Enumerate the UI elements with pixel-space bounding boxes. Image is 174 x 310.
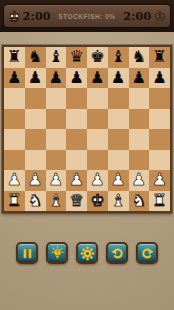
- white-queen: ♛: [69, 193, 84, 210]
- black-pawn: ♟: [69, 70, 84, 87]
- white-rook: ♜: [152, 193, 167, 210]
- white-rook: ♜: [7, 193, 22, 210]
- square-f4[interactable]: [108, 129, 129, 150]
- square-g4[interactable]: [129, 129, 150, 150]
- square-c5[interactable]: [46, 109, 67, 130]
- square-g7[interactable]: ♟: [129, 68, 150, 89]
- square-a5[interactable]: [4, 109, 25, 130]
- square-c8[interactable]: ♝: [46, 47, 67, 68]
- square-f2[interactable]: ♟: [108, 170, 129, 191]
- white-pawn: ♟: [7, 172, 22, 189]
- square-c7[interactable]: ♟: [46, 68, 67, 89]
- black-knight: ♞: [28, 49, 43, 66]
- black-rook: ♜: [152, 49, 167, 66]
- white-clock: 2:00: [23, 10, 51, 23]
- square-c4[interactable]: [46, 129, 67, 150]
- square-d8[interactable]: ♛: [66, 47, 87, 68]
- square-b2[interactable]: ♟: [25, 170, 46, 191]
- white-clock-group: ♚ 2:00: [8, 9, 51, 23]
- square-a6[interactable]: [4, 88, 25, 109]
- undo-button[interactable]: [106, 242, 128, 264]
- white-pawn: ♟: [131, 172, 146, 189]
- square-c2[interactable]: ♟: [46, 170, 67, 191]
- square-c6[interactable]: [46, 88, 67, 109]
- pause-icon: [20, 246, 35, 261]
- square-a8[interactable]: ♜: [4, 47, 25, 68]
- white-pawn: ♟: [48, 172, 63, 189]
- square-f7[interactable]: ♟: [108, 68, 129, 89]
- square-f5[interactable]: [108, 109, 129, 130]
- white-pawn: ♟: [111, 172, 126, 189]
- black-pawn: ♟: [90, 70, 105, 87]
- redo-arrow-icon: [140, 246, 155, 261]
- square-a2[interactable]: ♟: [4, 170, 25, 191]
- square-d2[interactable]: ♟: [66, 170, 87, 191]
- white-pawn: ♟: [28, 172, 43, 189]
- square-f1[interactable]: ♝: [108, 191, 129, 212]
- black-rook: ♜: [7, 49, 22, 66]
- top-bar: ♚ 2:00 STOCKFISH: 0% 2:00 ♔: [0, 0, 174, 32]
- white-knight: ♞: [28, 193, 43, 210]
- square-h1[interactable]: ♜: [149, 191, 170, 212]
- redo-button[interactable]: [136, 242, 158, 264]
- gear-icon: [80, 246, 95, 261]
- square-b6[interactable]: [25, 88, 46, 109]
- square-a4[interactable]: [4, 129, 25, 150]
- square-f8[interactable]: ♝: [108, 47, 129, 68]
- square-e3[interactable]: [87, 150, 108, 171]
- pause-button[interactable]: [16, 242, 38, 264]
- square-h2[interactable]: ♟: [149, 170, 170, 191]
- lightbulb-icon: [50, 246, 65, 261]
- engine-status-label: STOCKFISH: 0%: [58, 13, 115, 20]
- square-e6[interactable]: [87, 88, 108, 109]
- black-pawn: ♟: [131, 70, 146, 87]
- white-pawn: ♟: [152, 172, 167, 189]
- square-g6[interactable]: [129, 88, 150, 109]
- square-b5[interactable]: [25, 109, 46, 130]
- black-pawn: ♟: [48, 70, 63, 87]
- square-f3[interactable]: [108, 150, 129, 171]
- black-pawn: ♟: [28, 70, 43, 87]
- top-bar-panel: ♚ 2:00 STOCKFISH: 0% 2:00 ♔: [4, 5, 170, 27]
- black-bishop: ♝: [111, 49, 126, 66]
- black-king: ♚: [90, 49, 105, 66]
- square-a1[interactable]: ♜: [4, 191, 25, 212]
- square-b4[interactable]: [25, 129, 46, 150]
- hint-button[interactable]: [46, 242, 68, 264]
- square-d5[interactable]: [66, 109, 87, 130]
- square-b7[interactable]: ♟: [25, 68, 46, 89]
- square-g8[interactable]: ♞: [129, 47, 150, 68]
- square-e5[interactable]: [87, 109, 108, 130]
- square-h7[interactable]: ♟: [149, 68, 170, 89]
- square-d3[interactable]: [66, 150, 87, 171]
- square-h5[interactable]: [149, 109, 170, 130]
- black-clock-group: 2:00 ♔: [123, 9, 166, 23]
- square-e1[interactable]: ♚: [87, 191, 108, 212]
- chess-board: ♜♞♝♛♚♝♞♜♟♟♟♟♟♟♟♟♟♟♟♟♟♟♟♟♜♞♝♛♚♝♞♜: [2, 45, 172, 213]
- black-pawn: ♟: [7, 70, 22, 87]
- white-bishop: ♝: [48, 193, 63, 210]
- square-c3[interactable]: [46, 150, 67, 171]
- square-g1[interactable]: ♞: [129, 191, 150, 212]
- toolbar: [0, 242, 174, 264]
- black-clock: 2:00: [123, 10, 151, 23]
- white-king-icon: ♚: [8, 9, 21, 23]
- square-d6[interactable]: [66, 88, 87, 109]
- chess-app-screen: ♚ 2:00 STOCKFISH: 0% 2:00 ♔ ♜♞♝♛♚♝♞♜♟♟♟♟…: [0, 0, 174, 310]
- square-a3[interactable]: [4, 150, 25, 171]
- square-g5[interactable]: [129, 109, 150, 130]
- square-h8[interactable]: ♜: [149, 47, 170, 68]
- square-d7[interactable]: ♟: [66, 68, 87, 89]
- square-e4[interactable]: [87, 129, 108, 150]
- black-pawn: ♟: [111, 70, 126, 87]
- square-g3[interactable]: [129, 150, 150, 171]
- square-b3[interactable]: [25, 150, 46, 171]
- black-bishop: ♝: [48, 49, 63, 66]
- square-d4[interactable]: [66, 129, 87, 150]
- white-king: ♚: [90, 193, 105, 210]
- white-pawn: ♟: [69, 172, 84, 189]
- square-d1[interactable]: ♛: [66, 191, 87, 212]
- black-pawn: ♟: [152, 70, 167, 87]
- undo-arrow-icon: [110, 246, 125, 261]
- white-bishop: ♝: [111, 193, 126, 210]
- square-b1[interactable]: ♞: [25, 191, 46, 212]
- black-knight: ♞: [131, 49, 146, 66]
- square-h3[interactable]: [149, 150, 170, 171]
- square-h4[interactable]: [149, 129, 170, 150]
- black-queen: ♛: [69, 49, 84, 66]
- square-e8[interactable]: ♚: [87, 47, 108, 68]
- square-a7[interactable]: ♟: [4, 68, 25, 89]
- white-knight: ♞: [131, 193, 146, 210]
- square-e7[interactable]: ♟: [87, 68, 108, 89]
- square-b8[interactable]: ♞: [25, 47, 46, 68]
- black-king-icon: ♔: [153, 9, 166, 23]
- square-c1[interactable]: ♝: [46, 191, 67, 212]
- square-h6[interactable]: [149, 88, 170, 109]
- square-g2[interactable]: ♟: [129, 170, 150, 191]
- settings-button[interactable]: [76, 242, 98, 264]
- square-e2[interactable]: ♟: [87, 170, 108, 191]
- square-f6[interactable]: [108, 88, 129, 109]
- white-pawn: ♟: [90, 172, 105, 189]
